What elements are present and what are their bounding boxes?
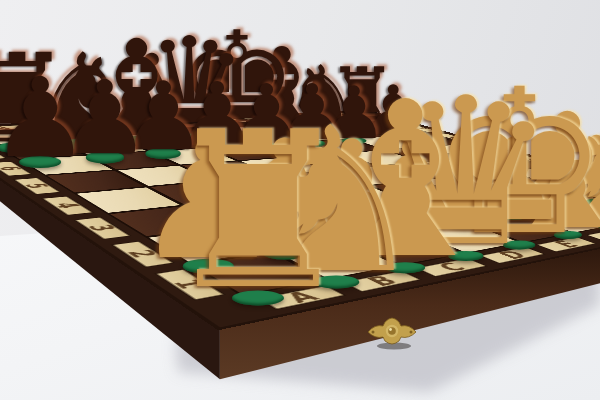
piece-white-rook-a1: ♜: [161, 103, 355, 319]
chess-set-photo: ABCDEFGH8877665544332211ABCDEFGH ♜♞♝♛♚♝♞…: [0, 0, 600, 400]
piece-black-pawn-a7: ♟: [0, 64, 90, 174]
